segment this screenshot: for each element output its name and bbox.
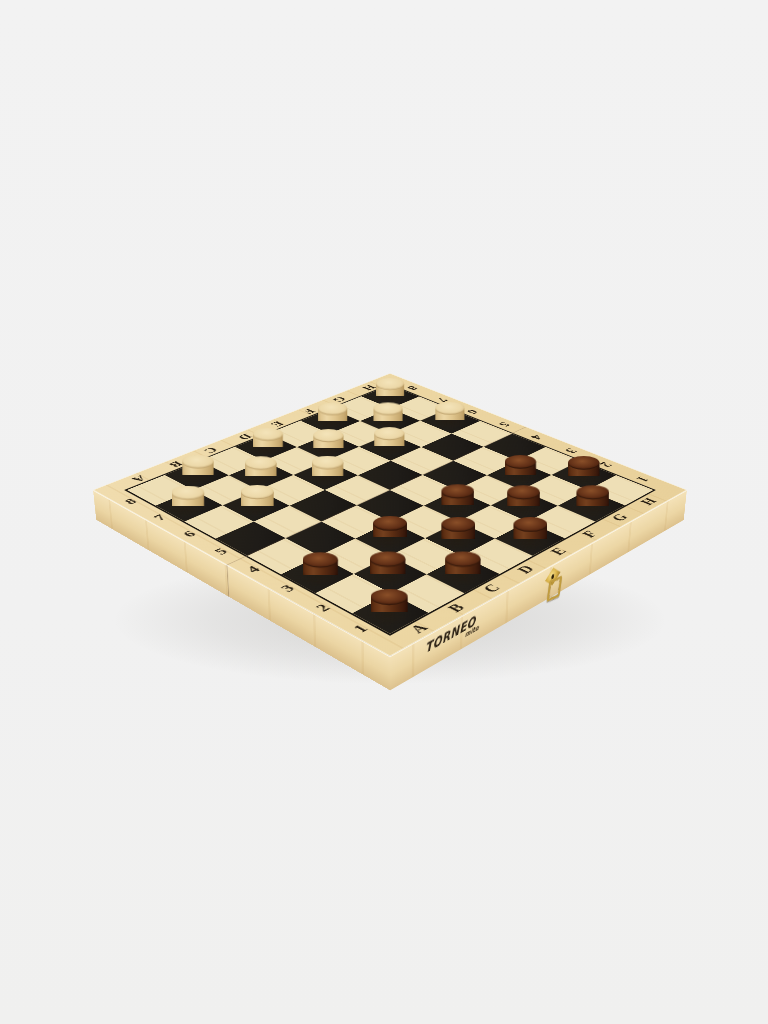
checker-sprite <box>182 455 213 481</box>
checker-top-face <box>576 485 609 499</box>
checker-top-face <box>513 517 547 532</box>
checker-top-face <box>245 456 276 470</box>
checker-top-face <box>445 551 480 567</box>
checker-sprite <box>373 402 402 427</box>
checker-sprite <box>312 456 343 483</box>
checker-sprite <box>318 403 347 428</box>
checker-sprite <box>435 402 464 427</box>
checker-top-face <box>313 429 343 442</box>
checker-top-face <box>370 552 405 568</box>
side-fold-seam <box>227 565 230 598</box>
checker-top-face <box>373 516 407 531</box>
checker-top-face <box>371 589 408 605</box>
checker-top-face <box>241 485 274 499</box>
product-photo-page: { "game": "checkers", "product": { "desc… <box>0 0 768 1024</box>
checker-side-face <box>172 493 205 513</box>
checker-sprite <box>313 429 343 455</box>
checker-top-face <box>172 485 205 499</box>
checker-sprite <box>376 378 404 402</box>
checker-top-face <box>441 484 474 498</box>
checker-top-face <box>507 485 540 499</box>
checker-sprite <box>253 428 283 454</box>
checker-sprite <box>245 456 276 483</box>
checker-top-face <box>505 455 536 469</box>
checker-top-face <box>441 517 475 532</box>
checker-sprite <box>568 456 599 483</box>
checker-sprite <box>505 455 536 481</box>
checker-sprite <box>374 427 404 452</box>
checker-top-face <box>373 402 402 415</box>
photo-background: ABCDEFGH ABCDEFGH 87654321 87654321 TORN… <box>0 0 768 1024</box>
checker-top-face <box>303 552 338 568</box>
